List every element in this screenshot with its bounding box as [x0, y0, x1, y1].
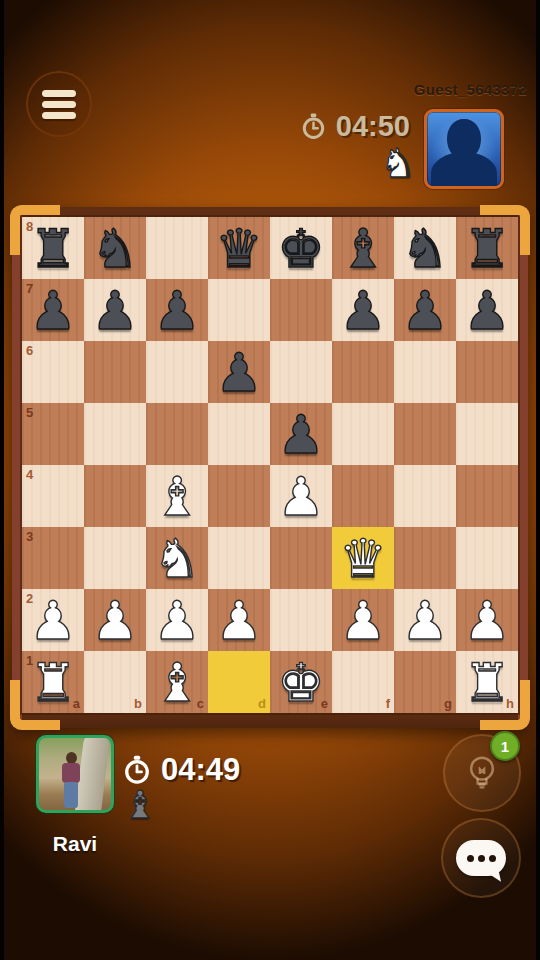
piece-black-pawn-h7[interactable]: ♟ — [456, 279, 518, 341]
square-h5[interactable] — [456, 403, 518, 465]
piece-black-pawn-c7[interactable]: ♟ — [146, 279, 208, 341]
stopwatch-icon — [122, 755, 152, 785]
piece-black-queen-d8[interactable]: ♛ — [208, 217, 270, 279]
square-g7[interactable]: ♟ — [394, 279, 456, 341]
square-a3[interactable]: 3 — [22, 527, 84, 589]
file-label-d: d — [258, 697, 266, 710]
square-d2[interactable]: ♟ — [208, 589, 270, 651]
square-d3[interactable] — [208, 527, 270, 589]
opponent-name: Guest_5643372 — [414, 81, 527, 98]
square-f3[interactable]: ♛ — [332, 527, 394, 589]
piece-black-pawn-d6[interactable]: ♟ — [208, 341, 270, 403]
square-f1[interactable]: f — [332, 651, 394, 713]
square-b7[interactable]: ♟ — [84, 279, 146, 341]
piece-white-pawn-e4[interactable]: ♟ — [270, 465, 332, 527]
square-d8[interactable]: ♛ — [208, 217, 270, 279]
square-e1[interactable]: e♚ — [270, 651, 332, 713]
square-a8[interactable]: 8♜ — [22, 217, 84, 279]
square-e6[interactable] — [270, 341, 332, 403]
app-screen: Guest_5643372 04:50 ♞ 8♜♞♛♚♝♞♜7♟♟♟♟♟♟6♟5… — [0, 0, 540, 960]
rank-label-8: 8 — [26, 220, 33, 233]
piece-white-queen-f3[interactable]: ♛ — [332, 527, 394, 589]
piece-black-bishop-f8[interactable]: ♝ — [332, 217, 394, 279]
piece-white-knight-c3[interactable]: ♞ — [146, 527, 208, 589]
square-h3[interactable] — [456, 527, 518, 589]
square-d4[interactable] — [208, 465, 270, 527]
hint-button[interactable]: 1 — [443, 734, 521, 812]
piece-white-bishop-c4[interactable]: ♝ — [146, 465, 208, 527]
square-c2[interactable]: ♟ — [146, 589, 208, 651]
square-b4[interactable] — [84, 465, 146, 527]
square-f7[interactable]: ♟ — [332, 279, 394, 341]
square-e2[interactable] — [270, 589, 332, 651]
square-h4[interactable] — [456, 465, 518, 527]
square-h6[interactable] — [456, 341, 518, 403]
square-c7[interactable]: ♟ — [146, 279, 208, 341]
square-h8[interactable]: ♜ — [456, 217, 518, 279]
rank-label-1: 1 — [26, 654, 33, 667]
hint-count-badge: 1 — [490, 731, 520, 761]
rank-label-7: 7 — [26, 282, 33, 295]
piece-black-knight-b8[interactable]: ♞ — [84, 217, 146, 279]
square-e5[interactable]: ♟ — [270, 403, 332, 465]
chess-board: 8♜♞♛♚♝♞♜7♟♟♟♟♟♟6♟5♟4♝♟3♞♛2♟♟♟♟♟♟♟1a♜bc♝d… — [22, 217, 518, 713]
square-a2[interactable]: 2♟ — [22, 589, 84, 651]
rank-label-5: 5 — [26, 406, 33, 419]
square-c1[interactable]: c♝ — [146, 651, 208, 713]
piece-white-pawn-c2[interactable]: ♟ — [146, 589, 208, 651]
stopwatch-icon — [300, 113, 327, 140]
square-c4[interactable]: ♝ — [146, 465, 208, 527]
square-a7[interactable]: 7♟ — [22, 279, 84, 341]
file-label-c: c — [197, 697, 204, 710]
piece-white-pawn-g2[interactable]: ♟ — [394, 589, 456, 651]
square-f8[interactable]: ♝ — [332, 217, 394, 279]
chat-bubble-icon — [456, 840, 506, 876]
piece-black-pawn-f7[interactable]: ♟ — [332, 279, 394, 341]
piece-white-pawn-f2[interactable]: ♟ — [332, 589, 394, 651]
square-h2[interactable]: ♟ — [456, 589, 518, 651]
file-label-g: g — [444, 697, 452, 710]
file-label-b: b — [134, 697, 142, 710]
square-b2[interactable]: ♟ — [84, 589, 146, 651]
file-label-h: h — [506, 697, 514, 710]
square-b8[interactable]: ♞ — [84, 217, 146, 279]
rank-label-2: 2 — [26, 592, 33, 605]
piece-black-knight-g8[interactable]: ♞ — [394, 217, 456, 279]
square-b6[interactable] — [84, 341, 146, 403]
square-g8[interactable]: ♞ — [394, 217, 456, 279]
avatar-silhouette-shoulders — [431, 152, 497, 189]
chess-board-frame: 8♜♞♛♚♝♞♜7♟♟♟♟♟♟6♟5♟4♝♟3♞♛2♟♟♟♟♟♟♟1a♜bc♝d… — [12, 207, 528, 728]
rank-label-3: 3 — [26, 530, 33, 543]
opponent-clock-value: 04:50 — [336, 110, 410, 143]
player-avatar-photo[interactable] — [36, 735, 114, 813]
square-e3[interactable] — [270, 527, 332, 589]
board-frame-left — [12, 213, 22, 722]
piece-white-pawn-b2[interactable]: ♟ — [84, 589, 146, 651]
piece-black-pawn-b7[interactable]: ♟ — [84, 279, 146, 341]
captured-black-bishop-icon: ♝ — [123, 786, 157, 824]
square-g1[interactable]: g — [394, 651, 456, 713]
square-a4[interactable]: 4 — [22, 465, 84, 527]
square-f6[interactable] — [332, 341, 394, 403]
square-b3[interactable] — [84, 527, 146, 589]
square-h7[interactable]: ♟ — [456, 279, 518, 341]
piece-black-pawn-e5[interactable]: ♟ — [270, 403, 332, 465]
square-f5[interactable] — [332, 403, 394, 465]
square-g3[interactable] — [394, 527, 456, 589]
square-a5[interactable]: 5 — [22, 403, 84, 465]
square-c8[interactable] — [146, 217, 208, 279]
piece-black-rook-h8[interactable]: ♜ — [456, 217, 518, 279]
square-d5[interactable] — [208, 403, 270, 465]
hamburger-icon — [42, 90, 76, 97]
square-b5[interactable] — [84, 403, 146, 465]
menu-button[interactable] — [26, 71, 92, 137]
square-f4[interactable] — [332, 465, 394, 527]
captured-white-knight-icon: ♞ — [380, 143, 416, 183]
square-c5[interactable] — [146, 403, 208, 465]
square-d6[interactable]: ♟ — [208, 341, 270, 403]
player-clock-value: 04:49 — [161, 752, 240, 788]
square-e8[interactable]: ♚ — [270, 217, 332, 279]
rank-label-6: 6 — [26, 344, 33, 357]
chat-button[interactable] — [441, 818, 521, 898]
opponent-avatar[interactable] — [424, 109, 504, 189]
square-g5[interactable] — [394, 403, 456, 465]
piece-white-pawn-d2[interactable]: ♟ — [208, 589, 270, 651]
square-g6[interactable] — [394, 341, 456, 403]
file-label-e: e — [321, 697, 328, 710]
square-a1[interactable]: 1a♜ — [22, 651, 84, 713]
piece-black-king-e8[interactable]: ♚ — [270, 217, 332, 279]
square-d7[interactable] — [208, 279, 270, 341]
player-clock: 04:49 — [122, 752, 240, 788]
square-e4[interactable]: ♟ — [270, 465, 332, 527]
square-c6[interactable] — [146, 341, 208, 403]
square-f2[interactable]: ♟ — [332, 589, 394, 651]
square-h1[interactable]: h♜ — [456, 651, 518, 713]
square-b1[interactable]: b — [84, 651, 146, 713]
square-g4[interactable] — [394, 465, 456, 527]
piece-black-pawn-g7[interactable]: ♟ — [394, 279, 456, 341]
file-label-a: a — [73, 697, 80, 710]
opponent-clock: 04:50 — [300, 110, 410, 143]
rank-label-4: 4 — [26, 468, 33, 481]
square-g2[interactable]: ♟ — [394, 589, 456, 651]
piece-white-pawn-h2[interactable]: ♟ — [456, 589, 518, 651]
square-e7[interactable] — [270, 279, 332, 341]
board-frame-right — [518, 213, 528, 722]
file-label-f: f — [386, 697, 390, 710]
square-d1[interactable]: d — [208, 651, 270, 713]
player-name: Ravi — [36, 832, 114, 856]
square-c3[interactable]: ♞ — [146, 527, 208, 589]
square-a6[interactable]: 6 — [22, 341, 84, 403]
